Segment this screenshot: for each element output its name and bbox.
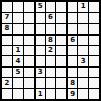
cell-r9c1-empty[interactable] xyxy=(2,89,12,99)
cell-r6c7-empty[interactable] xyxy=(67,56,77,66)
cell-r5c5-given: 2 xyxy=(46,46,56,56)
cell-r3c8-empty[interactable] xyxy=(78,24,88,34)
cell-r2c5-given: 6 xyxy=(46,13,56,23)
cell-r2c9-empty[interactable] xyxy=(89,13,99,23)
cell-r9c7-given: 9 xyxy=(67,89,77,99)
cell-r8c6-empty[interactable] xyxy=(56,78,66,88)
cell-r1c9-empty[interactable] xyxy=(89,2,99,12)
cell-r2c8-empty[interactable] xyxy=(78,13,88,23)
sudoku-board: 51768861243532819 xyxy=(0,0,101,101)
cell-r6c9-empty[interactable] xyxy=(89,56,99,66)
cell-r1c6-empty[interactable] xyxy=(56,2,66,12)
cell-r8c2-empty[interactable] xyxy=(13,78,23,88)
cell-r3c1-given: 8 xyxy=(2,24,12,34)
cell-r6c3-empty[interactable] xyxy=(24,56,34,66)
cell-r8c9-empty[interactable] xyxy=(89,78,99,88)
cell-r2c7-empty[interactable] xyxy=(67,13,77,23)
cell-r6c5-empty[interactable] xyxy=(46,56,56,66)
cell-r5c8-empty[interactable] xyxy=(78,46,88,56)
cell-r1c8-given: 1 xyxy=(78,2,88,12)
cell-r5c9-empty[interactable] xyxy=(89,46,99,56)
cell-r7c9-empty[interactable] xyxy=(89,67,99,77)
cell-r1c5-empty[interactable] xyxy=(46,2,56,12)
cell-r9c9-empty[interactable] xyxy=(89,89,99,99)
cell-r8c7-given: 8 xyxy=(67,78,77,88)
cell-r7c8-empty[interactable] xyxy=(78,67,88,77)
cell-r7c5-empty[interactable] xyxy=(46,67,56,77)
sudoku-puzzle: 51768861243532819 xyxy=(0,0,101,101)
cell-r2c3-empty[interactable] xyxy=(24,13,34,23)
cell-r6c8-given: 3 xyxy=(78,56,88,66)
cell-r2c2-empty[interactable] xyxy=(13,13,23,23)
cell-r4c7-given: 6 xyxy=(67,35,77,45)
cell-r8c4-empty[interactable] xyxy=(35,78,45,88)
cell-r3c9-empty[interactable] xyxy=(89,24,99,34)
cell-r5c1-empty[interactable] xyxy=(2,46,12,56)
cell-r7c7-empty[interactable] xyxy=(67,67,77,77)
cell-r3c7-empty[interactable] xyxy=(67,24,77,34)
cell-r3c6-empty[interactable] xyxy=(56,24,66,34)
cell-r6c6-empty[interactable] xyxy=(56,56,66,66)
cell-r9c2-empty[interactable] xyxy=(13,89,23,99)
cell-r3c4-empty[interactable] xyxy=(35,24,45,34)
cell-r9c6-empty[interactable] xyxy=(56,89,66,99)
cell-r2c6-empty[interactable] xyxy=(56,13,66,23)
cell-r4c2-empty[interactable] xyxy=(13,35,23,45)
cell-r5c3-empty[interactable] xyxy=(24,46,34,56)
cell-r4c3-empty[interactable] xyxy=(24,35,34,45)
cell-r5c2-given: 1 xyxy=(13,46,23,56)
cell-r7c2-given: 5 xyxy=(13,67,23,77)
cell-r8c5-empty[interactable] xyxy=(46,78,56,88)
cell-r6c1-empty[interactable] xyxy=(2,56,12,66)
cell-r9c3-empty[interactable] xyxy=(24,89,34,99)
cell-r9c4-given: 1 xyxy=(35,89,45,99)
cell-r2c4-empty[interactable] xyxy=(35,13,45,23)
cell-r3c5-empty[interactable] xyxy=(46,24,56,34)
cell-r1c7-empty[interactable] xyxy=(67,2,77,12)
cell-r6c2-given: 4 xyxy=(13,56,23,66)
cell-r8c3-empty[interactable] xyxy=(24,78,34,88)
cell-r4c6-empty[interactable] xyxy=(56,35,66,45)
cell-r4c9-empty[interactable] xyxy=(89,35,99,45)
cell-r4c1-empty[interactable] xyxy=(2,35,12,45)
cell-r7c1-empty[interactable] xyxy=(2,67,12,77)
cell-r7c6-empty[interactable] xyxy=(56,67,66,77)
cell-r1c4-given: 5 xyxy=(35,2,45,12)
cell-r5c6-empty[interactable] xyxy=(56,46,66,56)
cell-r1c2-empty[interactable] xyxy=(13,2,23,12)
cell-r4c8-empty[interactable] xyxy=(78,35,88,45)
cell-r2c1-given: 7 xyxy=(2,13,12,23)
cell-r4c4-empty[interactable] xyxy=(35,35,45,45)
cell-r1c1-empty[interactable] xyxy=(2,2,12,12)
cell-r8c8-empty[interactable] xyxy=(78,78,88,88)
cell-r7c3-empty[interactable] xyxy=(24,67,34,77)
cell-r3c3-empty[interactable] xyxy=(24,24,34,34)
cell-r8c1-given: 2 xyxy=(2,78,12,88)
cell-r1c3-empty[interactable] xyxy=(24,2,34,12)
cell-r6c4-empty[interactable] xyxy=(35,56,45,66)
cell-r4c5-given: 8 xyxy=(46,35,56,45)
cell-r5c4-empty[interactable] xyxy=(35,46,45,56)
cell-r9c5-empty[interactable] xyxy=(46,89,56,99)
cell-r9c8-empty[interactable] xyxy=(78,89,88,99)
cell-r7c4-given: 3 xyxy=(35,67,45,77)
cell-r3c2-empty[interactable] xyxy=(13,24,23,34)
cell-r5c7-empty[interactable] xyxy=(67,46,77,56)
